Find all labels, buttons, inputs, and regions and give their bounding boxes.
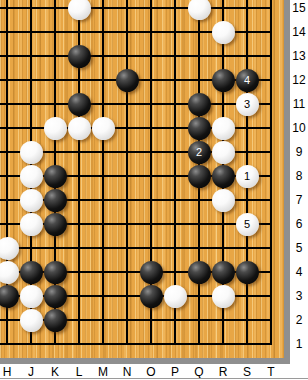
stone-white-J2 <box>20 309 43 332</box>
row-label-15: 15 <box>292 2 305 14</box>
move-number-label: 4 <box>244 75 250 86</box>
stone-black-O3 <box>140 285 163 308</box>
row-label-12: 12 <box>292 74 305 86</box>
stone-white-S11: 3 <box>236 93 259 116</box>
stone-black-K3 <box>44 285 67 308</box>
stone-black-Q11 <box>188 93 211 116</box>
stone-black-L13 <box>68 45 91 68</box>
stone-black-K2 <box>44 309 67 332</box>
stone-black-Q10 <box>188 117 211 140</box>
move-number-label: 1 <box>244 171 250 182</box>
col-label-N: N <box>123 366 132 378</box>
row-label-14: 14 <box>292 26 305 38</box>
stone-black-Q4 <box>188 261 211 284</box>
stone-black-N12 <box>116 69 139 92</box>
col-label-M: M <box>98 366 108 378</box>
row-label-3: 3 <box>296 290 303 302</box>
stone-white-L15 <box>68 0 91 20</box>
stone-white-H5 <box>0 237 19 260</box>
stone-white-L10 <box>68 117 91 140</box>
col-label-T: T <box>267 366 274 378</box>
col-label-H: H <box>3 366 12 378</box>
col-label-P: P <box>171 366 179 378</box>
stone-white-J3 <box>20 285 43 308</box>
col-label-S: S <box>243 366 251 378</box>
stone-white-R9 <box>212 141 235 164</box>
grid-line-row-5 <box>0 247 272 249</box>
move-number-label: 5 <box>244 219 250 230</box>
col-label-K: K <box>51 366 59 378</box>
stone-black-R8 <box>212 165 235 188</box>
stone-black-K8 <box>44 165 67 188</box>
stone-black-O4 <box>140 261 163 284</box>
grid-line-col-T <box>270 0 272 345</box>
grid-line-col-M <box>102 0 104 345</box>
stone-white-K10 <box>44 117 67 140</box>
row-label-11: 11 <box>293 98 305 110</box>
stone-white-R10 <box>212 117 235 140</box>
stone-white-S6: 5 <box>236 213 259 236</box>
stone-black-S4 <box>236 261 259 284</box>
grid-line-row-1 <box>0 343 272 345</box>
row-label-13: 13 <box>292 50 305 62</box>
row-label-5: 5 <box>296 242 303 254</box>
stone-black-H3 <box>0 285 19 308</box>
stone-white-J8 <box>20 165 43 188</box>
row-label-8: 8 <box>296 170 303 182</box>
row-label-4: 4 <box>296 266 303 278</box>
grid-line-row-13 <box>0 55 272 57</box>
row-label-6: 6 <box>296 218 303 230</box>
col-label-Q: Q <box>194 366 203 378</box>
stone-black-Q9: 2 <box>188 141 211 164</box>
stone-white-P3 <box>164 285 187 308</box>
row-label-7: 7 <box>296 194 303 206</box>
col-label-J: J <box>28 366 34 378</box>
row-coordinates: 151413121110987654321 <box>290 0 308 380</box>
row-label-1: 1 <box>296 338 303 350</box>
stone-black-Q8 <box>188 165 211 188</box>
stone-black-L11 <box>68 93 91 116</box>
stone-white-H4 <box>0 261 19 284</box>
stone-black-R4 <box>212 261 235 284</box>
pane-border <box>0 378 308 379</box>
go-board-panel: 43215 151413121110987654321 HJKLMNOPQRST <box>0 0 308 380</box>
stone-white-Q15 <box>188 0 211 20</box>
move-number-label: 2 <box>196 147 202 158</box>
stone-white-R14 <box>212 21 235 44</box>
stone-black-R12 <box>212 69 235 92</box>
stone-white-J7 <box>20 189 43 212</box>
stone-black-K6 <box>44 213 67 236</box>
move-number-label: 3 <box>244 99 250 110</box>
row-label-10: 10 <box>292 122 305 134</box>
col-label-O: O <box>146 366 155 378</box>
stone-white-R7 <box>212 189 235 212</box>
stone-black-K7 <box>44 189 67 212</box>
stone-black-J4 <box>20 261 43 284</box>
col-label-R: R <box>219 366 228 378</box>
stone-black-K4 <box>44 261 67 284</box>
go-board[interactable]: 43215 <box>0 0 290 364</box>
grid-line-row-11 <box>0 103 272 105</box>
stone-white-S8: 1 <box>236 165 259 188</box>
grid-line-row-15 <box>0 7 272 9</box>
stone-white-R3 <box>212 285 235 308</box>
stone-white-J9 <box>20 141 43 164</box>
stone-white-M10 <box>92 117 115 140</box>
row-label-2: 2 <box>296 314 303 326</box>
row-label-9: 9 <box>296 146 303 158</box>
grid-line-col-N <box>126 0 128 345</box>
stone-white-J6 <box>20 213 43 236</box>
stone-black-S12: 4 <box>236 69 259 92</box>
col-label-L: L <box>76 366 83 378</box>
